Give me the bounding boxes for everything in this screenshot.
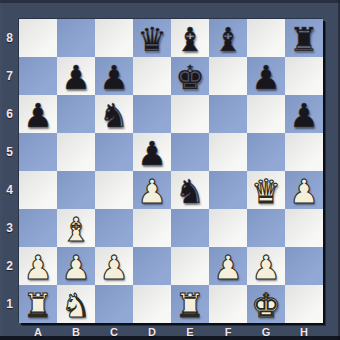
- square-f6[interactable]: [209, 95, 247, 133]
- square-d7[interactable]: [133, 57, 171, 95]
- square-a2[interactable]: ♟: [19, 247, 57, 285]
- file-label-h: H: [285, 323, 323, 340]
- white-pawn[interactable]: ♟: [137, 175, 167, 208]
- square-a1[interactable]: ♜: [19, 285, 57, 323]
- white-king[interactable]: ♚: [251, 289, 281, 322]
- square-e7[interactable]: ♚: [171, 57, 209, 95]
- square-g8[interactable]: [247, 19, 285, 57]
- white-queen[interactable]: ♛: [251, 175, 281, 208]
- square-a8[interactable]: [19, 19, 57, 57]
- white-bishop[interactable]: ♝: [61, 213, 91, 246]
- file-label-f: F: [209, 323, 247, 340]
- square-b8[interactable]: [57, 19, 95, 57]
- square-e2[interactable]: [171, 247, 209, 285]
- square-b4[interactable]: [57, 171, 95, 209]
- rank-labels: 87654321: [0, 19, 19, 323]
- rank-label-8: 8: [0, 19, 19, 57]
- white-pawn[interactable]: ♟: [61, 251, 91, 284]
- rank-label-5: 5: [0, 133, 19, 171]
- square-f1[interactable]: [209, 285, 247, 323]
- black-bishop[interactable]: ♝: [213, 23, 243, 56]
- black-pawn[interactable]: ♟: [137, 137, 167, 170]
- white-rook[interactable]: ♜: [23, 289, 53, 322]
- square-a3[interactable]: [19, 209, 57, 247]
- white-pawn[interactable]: ♟: [213, 251, 243, 284]
- square-e1[interactable]: ♜: [171, 285, 209, 323]
- square-c4[interactable]: [95, 171, 133, 209]
- black-pawn[interactable]: ♟: [23, 99, 53, 132]
- square-g4[interactable]: ♛: [247, 171, 285, 209]
- square-d1[interactable]: [133, 285, 171, 323]
- black-knight[interactable]: ♞: [99, 99, 129, 132]
- square-f3[interactable]: [209, 209, 247, 247]
- square-d3[interactable]: [133, 209, 171, 247]
- square-g2[interactable]: ♟: [247, 247, 285, 285]
- square-h1[interactable]: [285, 285, 323, 323]
- square-c1[interactable]: [95, 285, 133, 323]
- square-h6[interactable]: ♟: [285, 95, 323, 133]
- square-e8[interactable]: ♝: [171, 19, 209, 57]
- square-e3[interactable]: [171, 209, 209, 247]
- square-h5[interactable]: [285, 133, 323, 171]
- square-d2[interactable]: [133, 247, 171, 285]
- black-bishop[interactable]: ♝: [175, 23, 205, 56]
- square-a4[interactable]: [19, 171, 57, 209]
- square-h7[interactable]: [285, 57, 323, 95]
- square-a5[interactable]: [19, 133, 57, 171]
- square-d6[interactable]: [133, 95, 171, 133]
- white-pawn[interactable]: ♟: [251, 251, 281, 284]
- file-label-d: D: [133, 323, 171, 340]
- square-c3[interactable]: [95, 209, 133, 247]
- black-pawn[interactable]: ♟: [251, 61, 281, 94]
- chess-board-frame: 87654321 ♛♝♝♜♟♟♚♟♟♞♟♟♟♞♛♟♝♟♟♟♟♟♜♞♜♚ ABCD…: [0, 0, 340, 340]
- square-h2[interactable]: [285, 247, 323, 285]
- square-c8[interactable]: [95, 19, 133, 57]
- square-b2[interactable]: ♟: [57, 247, 95, 285]
- black-rook[interactable]: ♜: [289, 23, 319, 56]
- square-f7[interactable]: [209, 57, 247, 95]
- rank-label-3: 3: [0, 209, 19, 247]
- square-e6[interactable]: [171, 95, 209, 133]
- square-b3[interactable]: ♝: [57, 209, 95, 247]
- square-b5[interactable]: [57, 133, 95, 171]
- square-d4[interactable]: ♟: [133, 171, 171, 209]
- square-d5[interactable]: ♟: [133, 133, 171, 171]
- square-f2[interactable]: ♟: [209, 247, 247, 285]
- square-d8[interactable]: ♛: [133, 19, 171, 57]
- black-queen[interactable]: ♛: [137, 23, 167, 56]
- file-label-c: C: [95, 323, 133, 340]
- white-pawn[interactable]: ♟: [289, 175, 319, 208]
- rank-label-1: 1: [0, 285, 19, 323]
- square-g6[interactable]: [247, 95, 285, 133]
- square-c6[interactable]: ♞: [95, 95, 133, 133]
- file-label-a: A: [19, 323, 57, 340]
- white-pawn[interactable]: ♟: [23, 251, 53, 284]
- square-c7[interactable]: ♟: [95, 57, 133, 95]
- square-c5[interactable]: [95, 133, 133, 171]
- square-b1[interactable]: ♞: [57, 285, 95, 323]
- black-king[interactable]: ♚: [175, 61, 205, 94]
- square-h4[interactable]: ♟: [285, 171, 323, 209]
- square-c2[interactable]: ♟: [95, 247, 133, 285]
- square-a7[interactable]: [19, 57, 57, 95]
- square-f8[interactable]: ♝: [209, 19, 247, 57]
- black-knight[interactable]: ♞: [175, 175, 205, 208]
- file-label-e: E: [171, 323, 209, 340]
- square-e4[interactable]: ♞: [171, 171, 209, 209]
- square-a6[interactable]: ♟: [19, 95, 57, 133]
- black-pawn[interactable]: ♟: [99, 61, 129, 94]
- white-knight[interactable]: ♞: [61, 289, 91, 322]
- board: ♛♝♝♜♟♟♚♟♟♞♟♟♟♞♛♟♝♟♟♟♟♟♜♞♜♚: [19, 19, 323, 323]
- white-rook[interactable]: ♜: [175, 289, 205, 322]
- file-label-g: G: [247, 323, 285, 340]
- square-b7[interactable]: ♟: [57, 57, 95, 95]
- square-g1[interactable]: ♚: [247, 285, 285, 323]
- square-e5[interactable]: [171, 133, 209, 171]
- rank-label-6: 6: [0, 95, 19, 133]
- square-f4[interactable]: [209, 171, 247, 209]
- square-f5[interactable]: [209, 133, 247, 171]
- square-h3[interactable]: [285, 209, 323, 247]
- square-g5[interactable]: [247, 133, 285, 171]
- rank-label-4: 4: [0, 171, 19, 209]
- square-b6[interactable]: [57, 95, 95, 133]
- black-pawn[interactable]: ♟: [289, 99, 319, 132]
- file-label-b: B: [57, 323, 95, 340]
- white-pawn[interactable]: ♟: [99, 251, 129, 284]
- rank-label-7: 7: [0, 57, 19, 95]
- square-h8[interactable]: ♜: [285, 19, 323, 57]
- rank-label-2: 2: [0, 247, 19, 285]
- square-g3[interactable]: [247, 209, 285, 247]
- file-labels: ABCDEFGH: [19, 323, 323, 340]
- black-pawn[interactable]: ♟: [61, 61, 91, 94]
- square-g7[interactable]: ♟: [247, 57, 285, 95]
